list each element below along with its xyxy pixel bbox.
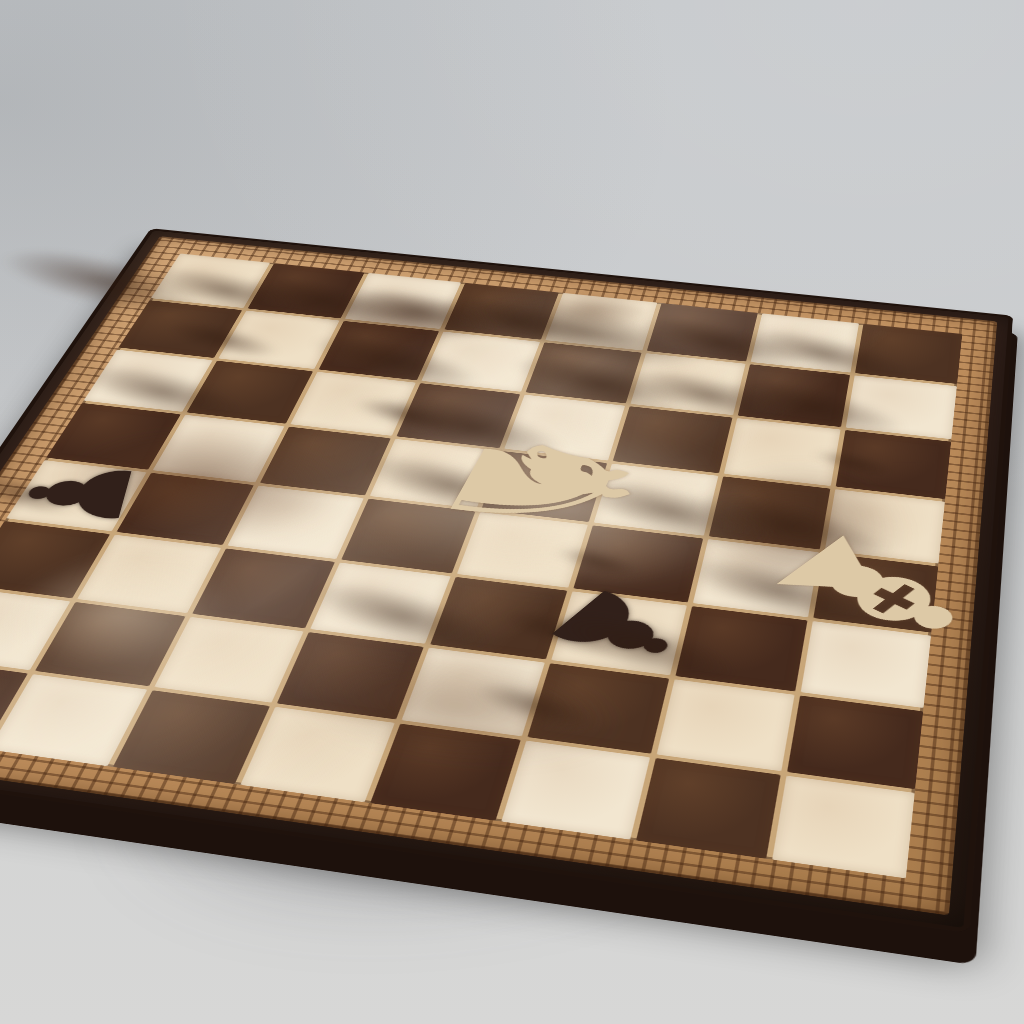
scene: ♚♜♜♞♞♚♜♜♜♞♞♝♜♟♛♞♟♟♞♟♛♞♞♟♝♝♝♟ xyxy=(0,0,1024,1024)
board-3d-wrapper: ♚♜♜♞♞♚♜♜♜♞♞♝♜♟♛♞♟♟♞♟♛♞♞♟♝♝♝♟ xyxy=(0,228,1013,933)
